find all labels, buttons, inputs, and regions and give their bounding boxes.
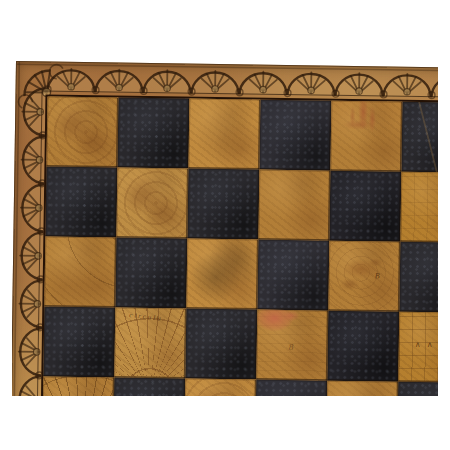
- square-a8: [46, 96, 118, 167]
- square-b5: circulu: [114, 308, 186, 379]
- squares-grid: Bcirculu8∧ ∧ ∧: [37, 94, 438, 396]
- square-f6: [399, 242, 438, 313]
- square-e4: [326, 381, 398, 396]
- blotch-map-decoration: 8: [256, 310, 328, 381]
- square-f4: [397, 382, 438, 396]
- square-e5: [327, 311, 399, 382]
- square-a7: [45, 166, 117, 237]
- square-c8: [188, 99, 260, 170]
- square-e8: [330, 101, 402, 172]
- swirls-map-decoration: [116, 168, 188, 239]
- grid-map-decoration: [400, 172, 438, 243]
- square-d7: [258, 170, 330, 241]
- square-d5: 8: [256, 310, 328, 381]
- sunburst-map-decoration: [42, 376, 114, 396]
- map-inscription: circulu: [129, 311, 163, 323]
- square-c4: [184, 379, 256, 396]
- square-c6: [186, 239, 258, 310]
- square-a5: [43, 306, 115, 377]
- square-b8: [117, 98, 189, 169]
- swirls-map-decoration: [184, 379, 256, 396]
- swirls-map-decoration: [46, 96, 118, 167]
- map-inscription: 8: [289, 342, 296, 352]
- square-c7: [187, 169, 259, 240]
- square-e7: [329, 171, 401, 242]
- faintmap-map-decoration: [188, 99, 260, 170]
- square-b7: [116, 168, 188, 239]
- square-b4: [113, 377, 185, 396]
- square-b6: [115, 238, 187, 309]
- square-d8: [259, 100, 331, 171]
- grid-map-decoration: ∧ ∧ ∧: [398, 312, 438, 383]
- landmass-map-decoration: B: [328, 241, 400, 312]
- square-f8: [401, 102, 438, 173]
- square-e6: B: [328, 241, 400, 312]
- polarfan-map-decoration: circulu: [114, 308, 186, 379]
- chessboard: Bcirculu8∧ ∧ ∧: [12, 61, 438, 396]
- square-f5: ∧ ∧ ∧: [398, 312, 438, 383]
- veins-map-decoration: [330, 101, 402, 172]
- square-a4: [42, 376, 114, 396]
- square-c5: [185, 309, 257, 380]
- square-f7: [400, 172, 438, 243]
- darkmottle-map-decoration: [186, 239, 258, 310]
- square-d4: [255, 380, 327, 396]
- square-a6: [44, 236, 116, 307]
- darkmap-map-decoration: [401, 102, 438, 173]
- square-d6: [257, 240, 329, 311]
- map-inscription: ∧ ∧ ∧: [415, 340, 438, 349]
- maplines-map-decoration: [44, 236, 116, 307]
- product-photo: Bcirculu8∧ ∧ ∧: [0, 0, 450, 450]
- map-inscription: B: [375, 271, 382, 280]
- photo-crop: Bcirculu8∧ ∧ ∧: [12, 60, 438, 396]
